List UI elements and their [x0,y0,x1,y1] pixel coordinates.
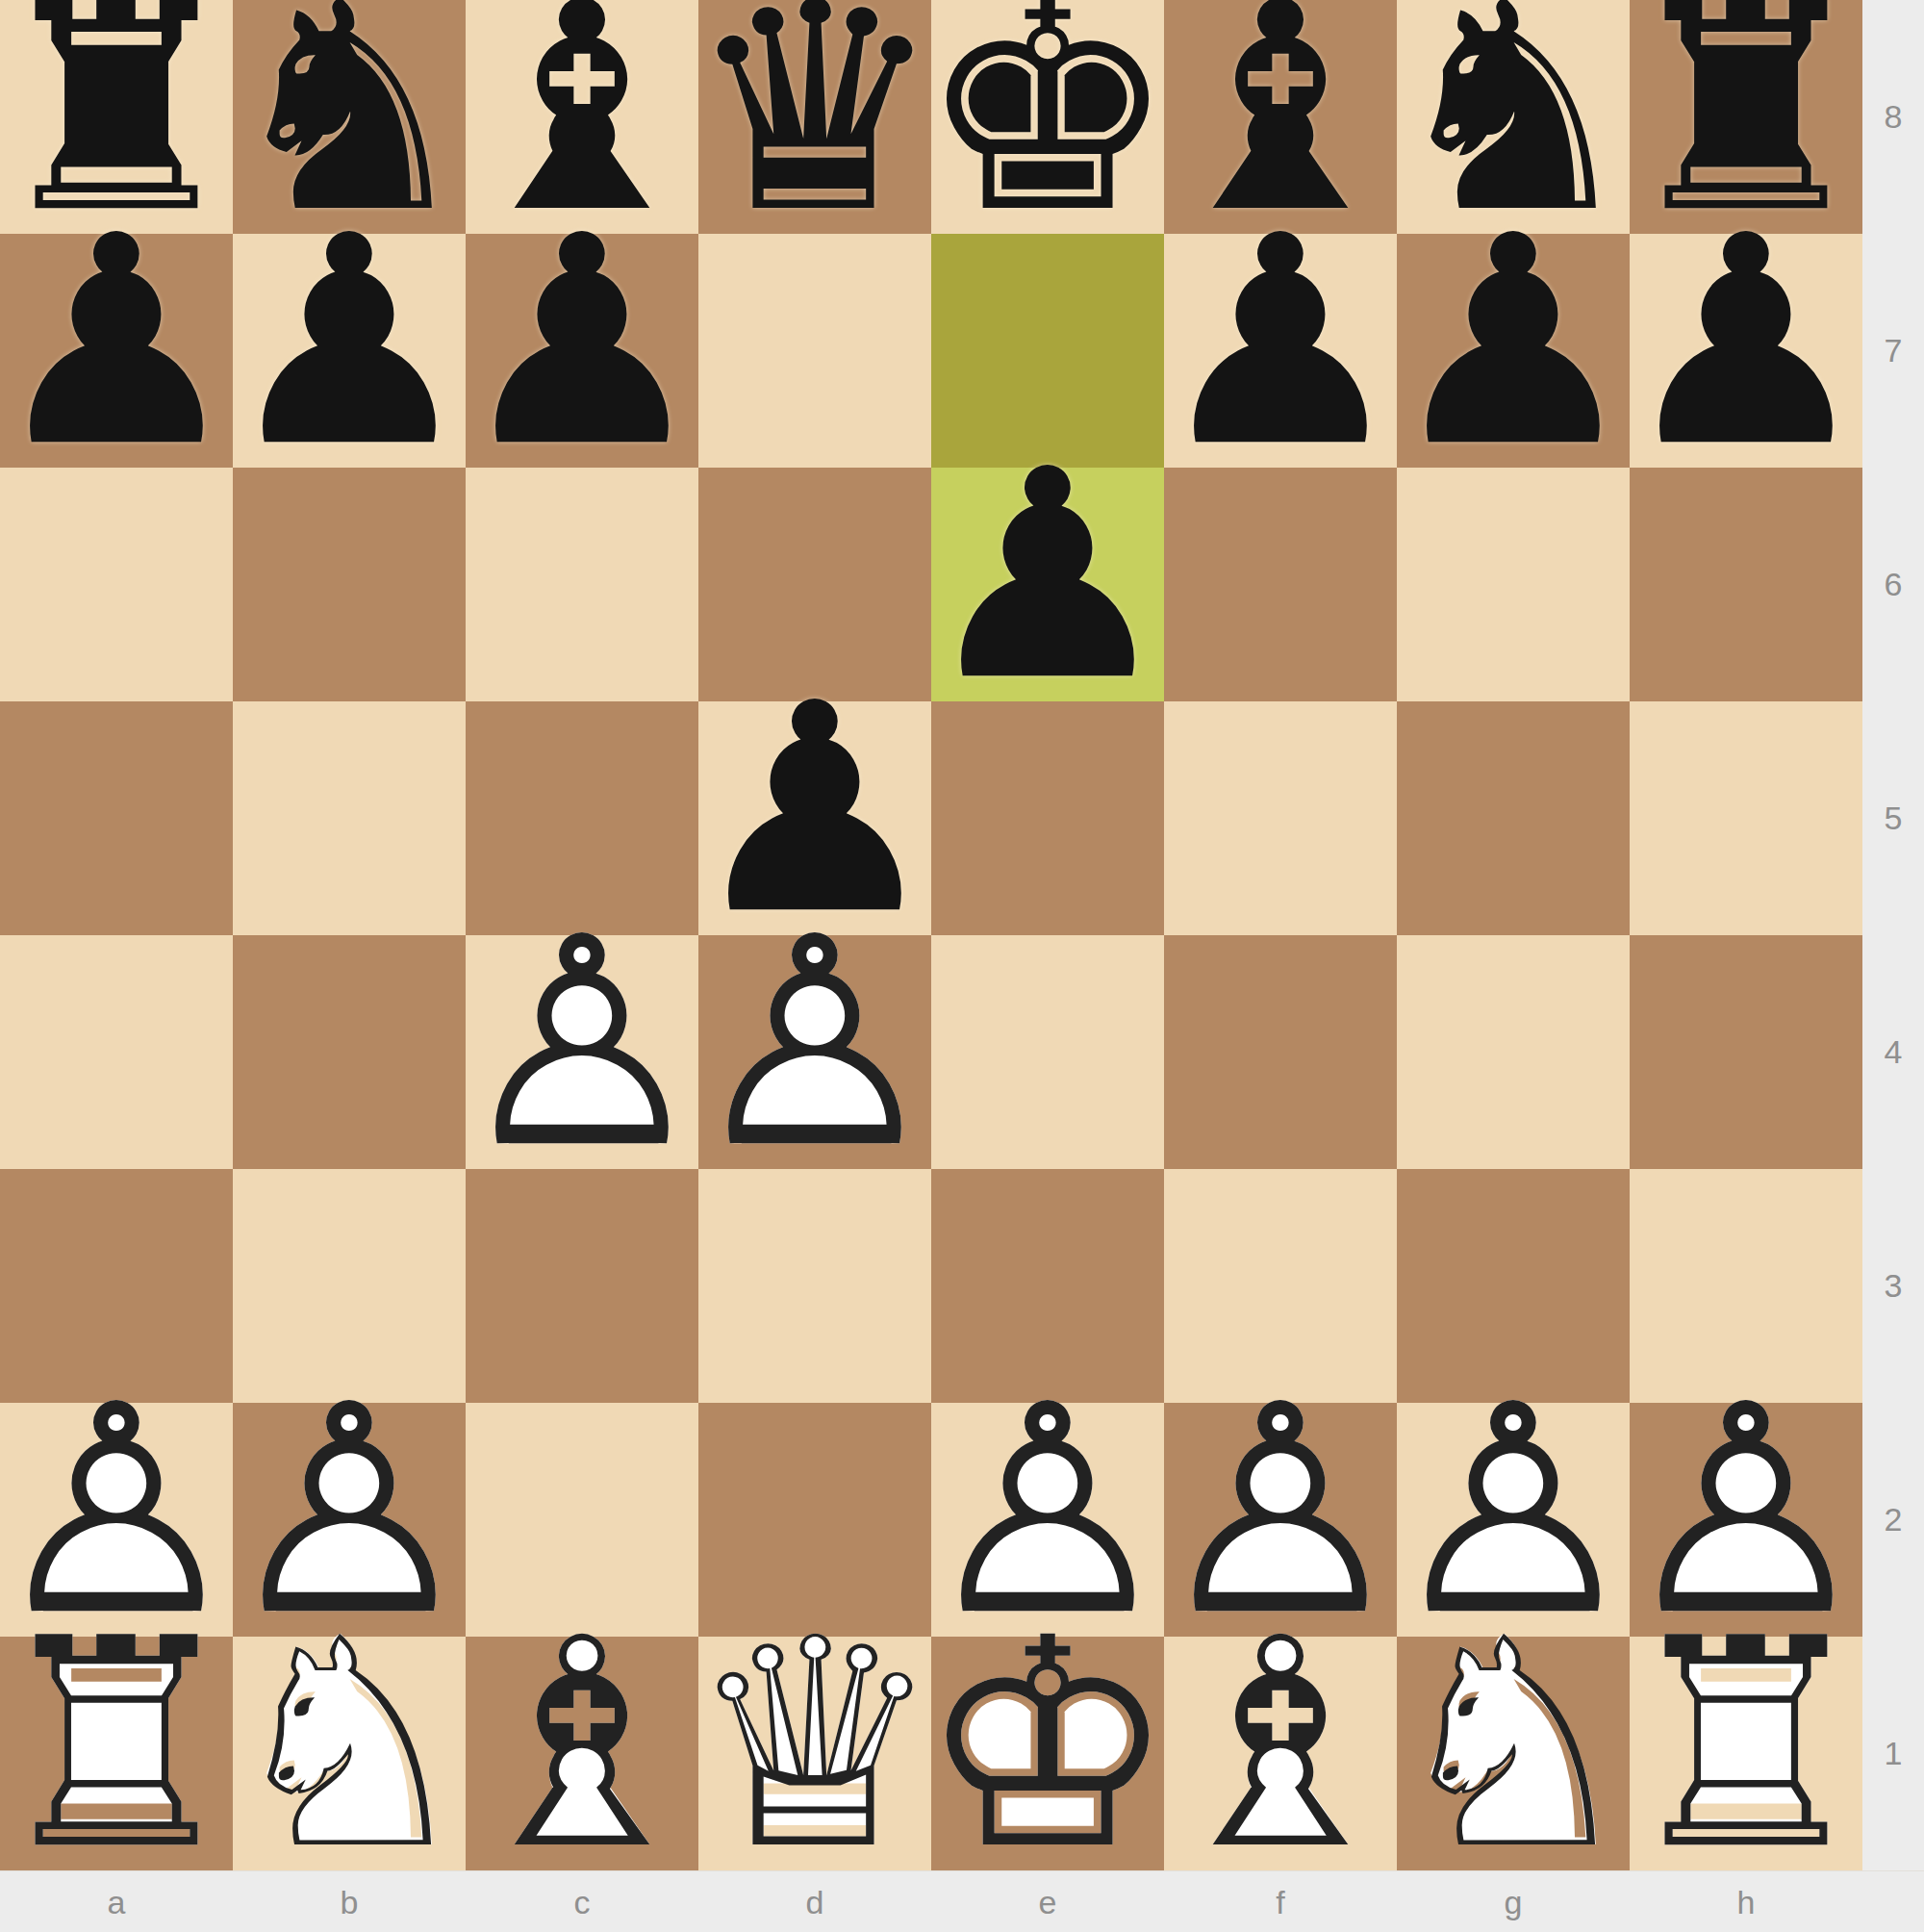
black-king-glyph: ♚ [919,0,1177,253]
square-a6[interactable] [0,468,233,701]
black-queen-d8[interactable]: ♛ [698,0,931,234]
rank-label-8: 8 [1862,0,1924,234]
rank-label-3: 3 [1862,1169,1924,1403]
square-e5[interactable] [931,701,1164,935]
square-b4[interactable] [233,935,466,1169]
square-e6[interactable]: ♟ [931,468,1164,701]
square-b7[interactable]: ♟ [233,234,466,468]
black-pawn-h7[interactable]: ♟ [1630,234,1862,468]
square-d4[interactable]: ♟♙ [698,935,931,1169]
file-label-b: b [233,1871,466,1932]
white-rook-outline-glyph: ♖ [0,1601,245,1871]
file-label-g: g [1397,1871,1630,1932]
file-label-e: e [931,1871,1164,1932]
rank-label-2: 2 [1862,1403,1924,1637]
square-g6[interactable] [1397,468,1630,701]
black-king-e8[interactable]: ♚ [931,0,1164,234]
file-label-h: h [1630,1871,1862,1932]
white-bishop-outline-glyph: ♗ [1152,1601,1410,1871]
white-knight-g1[interactable]: ♞♘ [1397,1637,1630,1870]
rank-label-5: 5 [1862,701,1924,935]
black-pawn-c7[interactable]: ♟ [466,234,698,468]
file-label-d: d [698,1871,931,1932]
black-pawn-glyph: ♟ [1384,198,1643,487]
white-pawn-outline-glyph: ♙ [453,900,712,1188]
file-coordinates: abcdefgh [0,1870,1924,1932]
black-pawn-a7[interactable]: ♟ [0,234,233,468]
rank-label-4: 4 [1862,935,1924,1169]
black-queen-glyph: ♛ [686,0,945,253]
black-pawn-glyph: ♟ [919,432,1177,721]
square-f7[interactable]: ♟ [1164,234,1397,468]
square-g4[interactable] [1397,935,1630,1169]
chess-board: ♜♞♝♛♚♝♞♜♟♟♟♟♟♟♟♟♟♙♟♙♟♙♟♙♟♙♟♙♟♙♟♙♜♖♞♘♝♗♛♕… [0,0,1862,1870]
file-label-f: f [1164,1871,1397,1932]
rank-coordinates: 87654321 [1862,0,1924,1870]
square-d3[interactable] [698,1169,931,1403]
square-f4[interactable] [1164,935,1397,1169]
square-a1[interactable]: ♜♖ [0,1637,233,1870]
chessboard-app: ♜♞♝♛♚♝♞♜♟♟♟♟♟♟♟♟♟♙♟♙♟♙♟♙♟♙♟♙♟♙♟♙♜♖♞♘♝♗♛♕… [0,0,1924,1932]
file-label-c: c [466,1871,698,1932]
square-h4[interactable] [1630,935,1862,1169]
white-bishop-f1[interactable]: ♝♗ [1164,1637,1397,1870]
square-c4[interactable]: ♟♙ [466,935,698,1169]
black-pawn-e6[interactable]: ♟ [931,468,1164,701]
white-rook-outline-glyph: ♖ [1617,1601,1862,1871]
white-king-outline-glyph: ♔ [919,1601,1177,1871]
square-a7[interactable]: ♟ [0,234,233,468]
square-g1[interactable]: ♞♘ [1397,1637,1630,1870]
square-d8[interactable]: ♛ [698,0,931,234]
black-pawn-f7[interactable]: ♟ [1164,234,1397,468]
square-h7[interactable]: ♟ [1630,234,1862,468]
square-f5[interactable] [1164,701,1397,935]
black-pawn-glyph: ♟ [1152,198,1410,487]
square-d7[interactable] [698,234,931,468]
square-a4[interactable] [0,935,233,1169]
square-f1[interactable]: ♝♗ [1164,1637,1397,1870]
white-queen-outline-glyph: ♕ [686,1601,945,1871]
rank-label-1: 1 [1862,1637,1924,1870]
square-h5[interactable] [1630,701,1862,935]
square-c6[interactable] [466,468,698,701]
square-b1[interactable]: ♞♘ [233,1637,466,1870]
square-c1[interactable]: ♝♗ [466,1637,698,1870]
white-rook-a1[interactable]: ♜♖ [0,1637,233,1870]
square-f6[interactable] [1164,468,1397,701]
square-c7[interactable]: ♟ [466,234,698,468]
square-d1[interactable]: ♛♕ [698,1637,931,1870]
black-pawn-glyph: ♟ [0,198,245,487]
black-pawn-glyph: ♟ [1617,198,1862,487]
white-pawn-outline-glyph: ♙ [686,900,945,1188]
white-pawn-d4[interactable]: ♟♙ [698,935,931,1169]
black-pawn-b7[interactable]: ♟ [233,234,466,468]
square-e1[interactable]: ♚♔ [931,1637,1164,1870]
black-pawn-glyph: ♟ [453,198,712,487]
white-bishop-outline-glyph: ♗ [453,1601,712,1871]
black-pawn-g7[interactable]: ♟ [1397,234,1630,468]
square-b5[interactable] [233,701,466,935]
square-g7[interactable]: ♟ [1397,234,1630,468]
black-pawn-glyph: ♟ [220,198,479,487]
square-e8[interactable]: ♚ [931,0,1164,234]
rank-label-7: 7 [1862,234,1924,468]
square-c3[interactable] [466,1169,698,1403]
white-bishop-c1[interactable]: ♝♗ [466,1637,698,1870]
white-knight-outline-glyph: ♘ [220,1601,479,1871]
square-h1[interactable]: ♜♖ [1630,1637,1862,1870]
square-h6[interactable] [1630,468,1862,701]
white-knight-outline-glyph: ♘ [1384,1601,1643,1871]
white-pawn-c4[interactable]: ♟♙ [466,935,698,1169]
rank-label-6: 6 [1862,468,1924,701]
white-king-e1[interactable]: ♚♔ [931,1637,1164,1870]
square-b6[interactable] [233,468,466,701]
white-queen-d1[interactable]: ♛♕ [698,1637,931,1870]
square-g5[interactable] [1397,701,1630,935]
file-label-a: a [0,1871,233,1932]
square-a5[interactable] [0,701,233,935]
square-e4[interactable] [931,935,1164,1169]
white-knight-b1[interactable]: ♞♘ [233,1637,466,1870]
white-rook-h1[interactable]: ♜♖ [1630,1637,1862,1870]
